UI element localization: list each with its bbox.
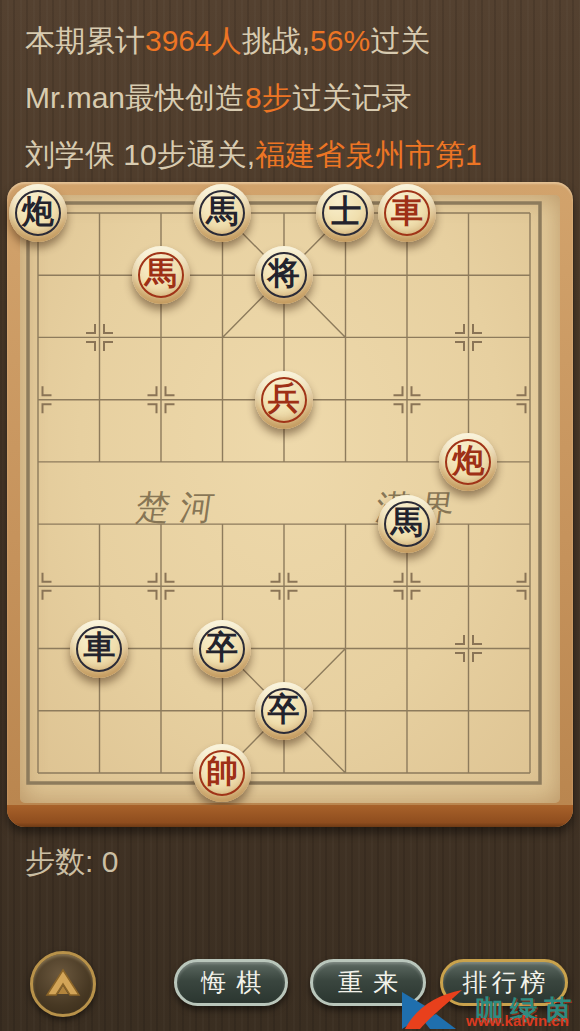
piece-red-general[interactable]: 帥 bbox=[193, 744, 251, 802]
piece-glyph: 馬 bbox=[132, 246, 190, 304]
undo-move-button[interactable]: 悔棋 bbox=[174, 959, 288, 1006]
piece-glyph: 卒 bbox=[193, 620, 251, 678]
piece-black-horse[interactable]: 馬 bbox=[193, 184, 251, 242]
undo-button-label: 悔棋 bbox=[191, 966, 271, 999]
restart-button[interactable]: 重来 bbox=[310, 959, 426, 1006]
piece-red-soldier[interactable]: 兵 bbox=[255, 371, 313, 429]
piece-black-cannon[interactable]: 炮 bbox=[9, 184, 67, 242]
info-line-participants: 本期累计3964人挑战,56%过关 bbox=[25, 12, 565, 69]
piece-black-general[interactable]: 将 bbox=[255, 246, 313, 304]
info-text: 挑战, bbox=[242, 24, 310, 57]
piece-red-horse[interactable]: 馬 bbox=[132, 246, 190, 304]
move-counter-value: 0 bbox=[102, 845, 119, 878]
player-region-rank: 福建省泉州市第1 bbox=[255, 138, 482, 171]
piece-glyph: 馬 bbox=[193, 184, 251, 242]
piece-glyph: 車 bbox=[70, 620, 128, 678]
board-front-edge bbox=[7, 805, 573, 827]
piece-glyph: 卒 bbox=[255, 682, 313, 740]
piece-glyph: 炮 bbox=[439, 433, 497, 491]
info-line-latest-player: 刘学保 10步通关,福建省泉州市第1 bbox=[25, 126, 565, 183]
piece-glyph: 兵 bbox=[255, 371, 313, 429]
participants-count: 3964人 bbox=[145, 24, 242, 57]
piece-red-chariot[interactable]: 車 bbox=[378, 184, 436, 242]
up-arrow-icon bbox=[43, 967, 83, 1001]
move-counter-label: 步数: bbox=[25, 845, 93, 878]
info-text: 过关 bbox=[370, 24, 430, 57]
record-steps: 8步 bbox=[245, 81, 292, 114]
piece-red-cannon[interactable]: 炮 bbox=[439, 433, 497, 491]
piece-glyph: 将 bbox=[255, 246, 313, 304]
move-counter: 步数: 0 bbox=[25, 842, 118, 883]
piece-black-soldier[interactable]: 卒 bbox=[193, 620, 251, 678]
piece-glyph: 馬 bbox=[378, 495, 436, 553]
board-intersections-grid[interactable]: 炮馬士車馬将兵炮馬車卒卒帥 bbox=[7, 182, 561, 804]
xiangqi-app-screen: 本期累计3964人挑战,56%过关 Mr.man最快创造8步过关记录 刘学保 1… bbox=[0, 0, 580, 1031]
restart-button-label: 重来 bbox=[328, 966, 408, 999]
watermark-url: www.kalvin.cn bbox=[466, 1012, 569, 1029]
piece-glyph: 帥 bbox=[193, 744, 251, 802]
leaderboard-button-label: 排行榜 bbox=[459, 966, 550, 999]
xiangqi-board: 楚河 漢界 炮馬士車馬将兵炮馬車卒卒帥 bbox=[7, 182, 573, 827]
piece-glyph: 士 bbox=[316, 184, 374, 242]
info-text: 刘学保 10步通关, bbox=[25, 138, 255, 171]
info-line-record: Mr.man最快创造8步过关记录 bbox=[25, 69, 565, 126]
piece-black-horse[interactable]: 馬 bbox=[378, 495, 436, 553]
pass-rate: 56% bbox=[310, 24, 370, 57]
info-text: 本期累计 bbox=[25, 24, 145, 57]
leaderboard-button[interactable]: 排行榜 bbox=[440, 959, 568, 1006]
piece-black-soldier[interactable]: 卒 bbox=[255, 682, 313, 740]
piece-black-advisor[interactable]: 士 bbox=[316, 184, 374, 242]
info-text: Mr.man最快创造 bbox=[25, 81, 245, 114]
piece-glyph: 車 bbox=[378, 184, 436, 242]
expand-menu-button[interactable] bbox=[30, 951, 96, 1017]
piece-black-chariot[interactable]: 車 bbox=[70, 620, 128, 678]
info-text: 过关记录 bbox=[292, 81, 412, 114]
piece-glyph: 炮 bbox=[9, 184, 67, 242]
challenge-info: 本期累计3964人挑战,56%过关 Mr.man最快创造8步过关记录 刘学保 1… bbox=[25, 12, 565, 183]
